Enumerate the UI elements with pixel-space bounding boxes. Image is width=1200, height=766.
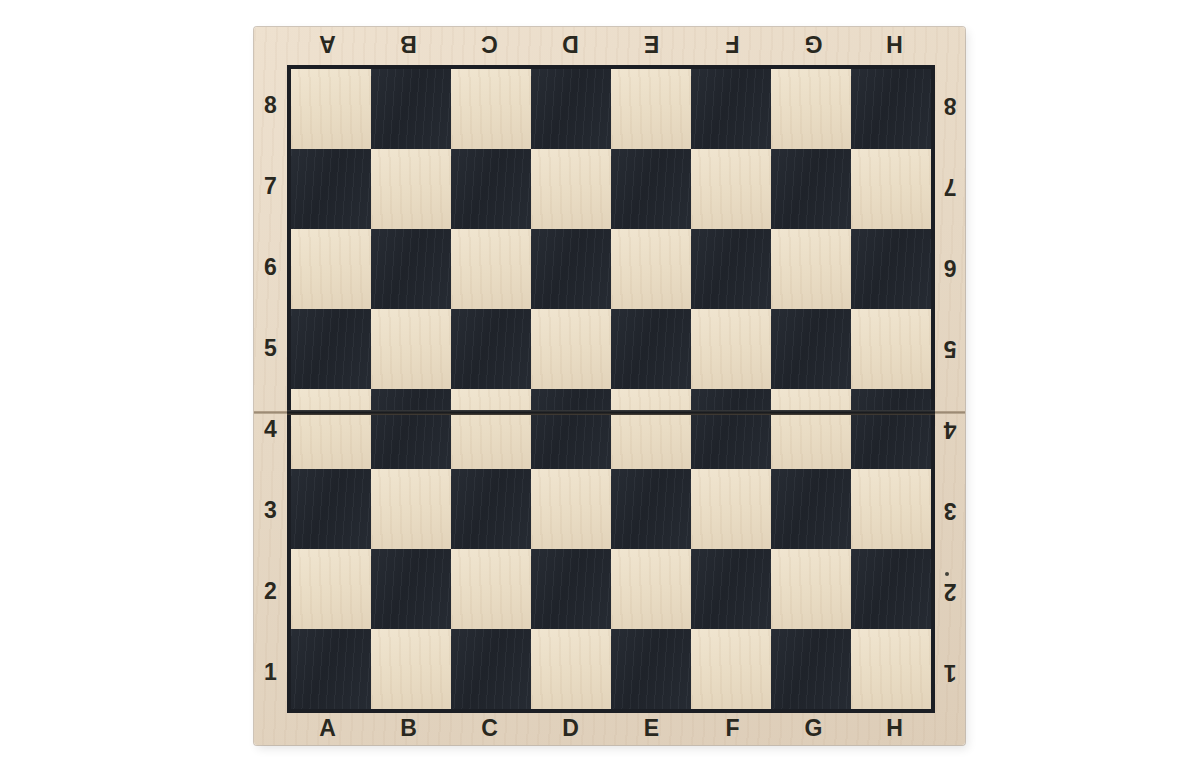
rank-label-left-5: 5 [254,308,287,389]
square-c6[interactable] [451,229,531,309]
square-a7[interactable] [291,149,371,229]
square-e1[interactable] [611,629,691,709]
square-g8[interactable] [771,69,851,149]
square-f6[interactable] [691,229,771,309]
rank-labels-right: 87654321 [935,65,965,713]
file-label-top-d: D [530,27,611,65]
file-label-bottom-d: D [530,713,611,745]
square-h3[interactable] [851,469,931,549]
square-e3[interactable] [611,469,691,549]
rank-label-right-6: 6 [935,227,965,308]
square-f4[interactable] [691,389,771,469]
square-f3[interactable] [691,469,771,549]
square-c7[interactable] [451,149,531,229]
rank-label-right-7: 7 [935,146,965,227]
square-b5[interactable] [371,309,451,389]
rank-label-left-8: 8 [254,65,287,146]
square-b7[interactable] [371,149,451,229]
square-h6[interactable] [851,229,931,309]
square-f8[interactable] [691,69,771,149]
file-label-top-a: A [287,27,368,65]
square-b6[interactable] [371,229,451,309]
square-h1[interactable] [851,629,931,709]
square-c4[interactable] [451,389,531,469]
rank-label-left-6: 6 [254,227,287,308]
file-label-bottom-a: A [287,713,368,745]
file-label-top-g: G [773,27,854,65]
square-e6[interactable] [611,229,691,309]
file-label-top-e: E [611,27,692,65]
rank-label-right-2: 2 [935,551,965,632]
file-label-bottom-h: H [854,713,935,745]
square-b1[interactable] [371,629,451,709]
square-f5[interactable] [691,309,771,389]
file-label-top-c: C [449,27,530,65]
rank-labels-left: 87654321 [254,65,287,713]
square-c8[interactable] [451,69,531,149]
square-e7[interactable] [611,149,691,229]
square-c5[interactable] [451,309,531,389]
rank-label-right-8: 8 [935,65,965,146]
square-a1[interactable] [291,629,371,709]
file-labels-bottom: ABCDEFGH [287,713,935,745]
square-g3[interactable] [771,469,851,549]
file-label-top-h: H [854,27,935,65]
square-d4[interactable] [531,389,611,469]
square-h2[interactable] [851,549,931,629]
square-g7[interactable] [771,149,851,229]
rank-label-right-1: 1 [935,632,965,713]
rank-label-right-5: 5 [935,308,965,389]
square-g2[interactable] [771,549,851,629]
square-h5[interactable] [851,309,931,389]
square-b4[interactable] [371,389,451,469]
file-label-bottom-c: C [449,713,530,745]
square-c1[interactable] [451,629,531,709]
file-label-bottom-b: B [368,713,449,745]
square-g6[interactable] [771,229,851,309]
rank-label-right-3: 3 [935,470,965,551]
square-c3[interactable] [451,469,531,549]
rank-label-left-1: 1 [254,632,287,713]
square-d1[interactable] [531,629,611,709]
square-d8[interactable] [531,69,611,149]
square-b3[interactable] [371,469,451,549]
photo-background: ABCDEFGH ABCDEFGH 87654321 87654321 [0,0,1200,766]
square-h8[interactable] [851,69,931,149]
square-d2[interactable] [531,549,611,629]
square-g4[interactable] [771,389,851,469]
file-label-bottom-g: G [773,713,854,745]
chessboard: ABCDEFGH ABCDEFGH 87654321 87654321 [254,27,965,745]
fold-seam [287,410,935,415]
square-h7[interactable] [851,149,931,229]
rank-label-left-4: 4 [254,389,287,470]
square-g1[interactable] [771,629,851,709]
square-d3[interactable] [531,469,611,549]
square-b8[interactable] [371,69,451,149]
square-e4[interactable] [611,389,691,469]
square-f1[interactable] [691,629,771,709]
square-e2[interactable] [611,549,691,629]
square-e5[interactable] [611,309,691,389]
rank-label-left-3: 3 [254,470,287,551]
square-g5[interactable] [771,309,851,389]
square-a5[interactable] [291,309,371,389]
square-c2[interactable] [451,549,531,629]
file-label-top-f: F [692,27,773,65]
ink-speck [945,572,949,576]
square-d6[interactable] [531,229,611,309]
square-a3[interactable] [291,469,371,549]
rank-label-left-7: 7 [254,146,287,227]
square-f7[interactable] [691,149,771,229]
square-b2[interactable] [371,549,451,629]
square-d7[interactable] [531,149,611,229]
square-a4[interactable] [291,389,371,469]
file-label-bottom-e: E [611,713,692,745]
square-a2[interactable] [291,549,371,629]
playing-area [287,65,935,713]
square-e8[interactable] [611,69,691,149]
rank-label-left-2: 2 [254,551,287,632]
square-a8[interactable] [291,69,371,149]
square-a6[interactable] [291,229,371,309]
file-labels-top: ABCDEFGH [287,27,935,65]
square-d5[interactable] [531,309,611,389]
square-f2[interactable] [691,549,771,629]
file-label-top-b: B [368,27,449,65]
rank-label-right-4: 4 [935,389,965,470]
square-h4[interactable] [851,389,931,469]
file-label-bottom-f: F [692,713,773,745]
